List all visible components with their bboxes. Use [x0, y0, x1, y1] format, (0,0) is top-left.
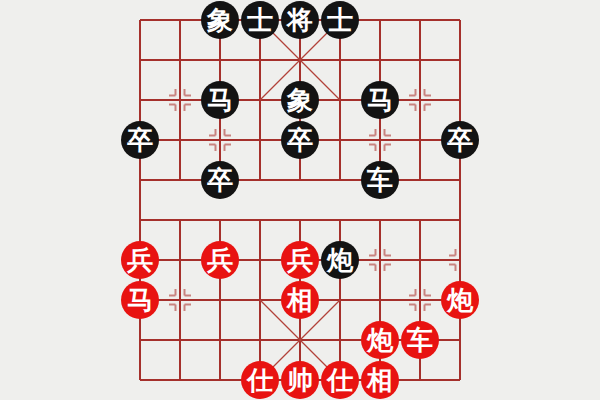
- piece-red-general[interactable]: 帅: [281, 361, 319, 399]
- piece-black-soldier[interactable]: 卒: [121, 121, 159, 159]
- piece-black-soldier[interactable]: 卒: [281, 121, 319, 159]
- xiangqi-board: 象士将士马象马卒卒卒卒车炮兵兵兵马相炮炮车仕帅仕相: [0, 0, 600, 400]
- piece-black-horse[interactable]: 马: [201, 81, 239, 119]
- piece-black-advisor[interactable]: 士: [321, 1, 359, 39]
- piece-black-elephant[interactable]: 象: [201, 1, 239, 39]
- piece-red-cannon[interactable]: 炮: [361, 321, 399, 359]
- piece-black-chariot[interactable]: 车: [361, 161, 399, 199]
- piece-black-horse[interactable]: 马: [361, 81, 399, 119]
- piece-red-soldier[interactable]: 兵: [281, 241, 319, 279]
- piece-black-cannon[interactable]: 炮: [321, 241, 359, 279]
- piece-grid[interactable]: 象士将士马象马卒卒卒卒车炮兵兵兵马相炮炮车仕帅仕相: [120, 0, 480, 400]
- piece-red-soldier[interactable]: 兵: [201, 241, 239, 279]
- piece-red-elephant[interactable]: 相: [361, 361, 399, 399]
- piece-red-horse[interactable]: 马: [121, 281, 159, 319]
- piece-red-advisor[interactable]: 仕: [241, 361, 279, 399]
- piece-black-soldier[interactable]: 卒: [441, 121, 479, 159]
- piece-red-cannon[interactable]: 炮: [441, 281, 479, 319]
- piece-black-soldier[interactable]: 卒: [201, 161, 239, 199]
- piece-red-advisor[interactable]: 仕: [321, 361, 359, 399]
- piece-black-general[interactable]: 将: [281, 1, 319, 39]
- piece-red-soldier[interactable]: 兵: [121, 241, 159, 279]
- piece-red-chariot[interactable]: 车: [401, 321, 439, 359]
- piece-black-elephant[interactable]: 象: [281, 81, 319, 119]
- piece-black-advisor[interactable]: 士: [241, 1, 279, 39]
- piece-red-elephant[interactable]: 相: [281, 281, 319, 319]
